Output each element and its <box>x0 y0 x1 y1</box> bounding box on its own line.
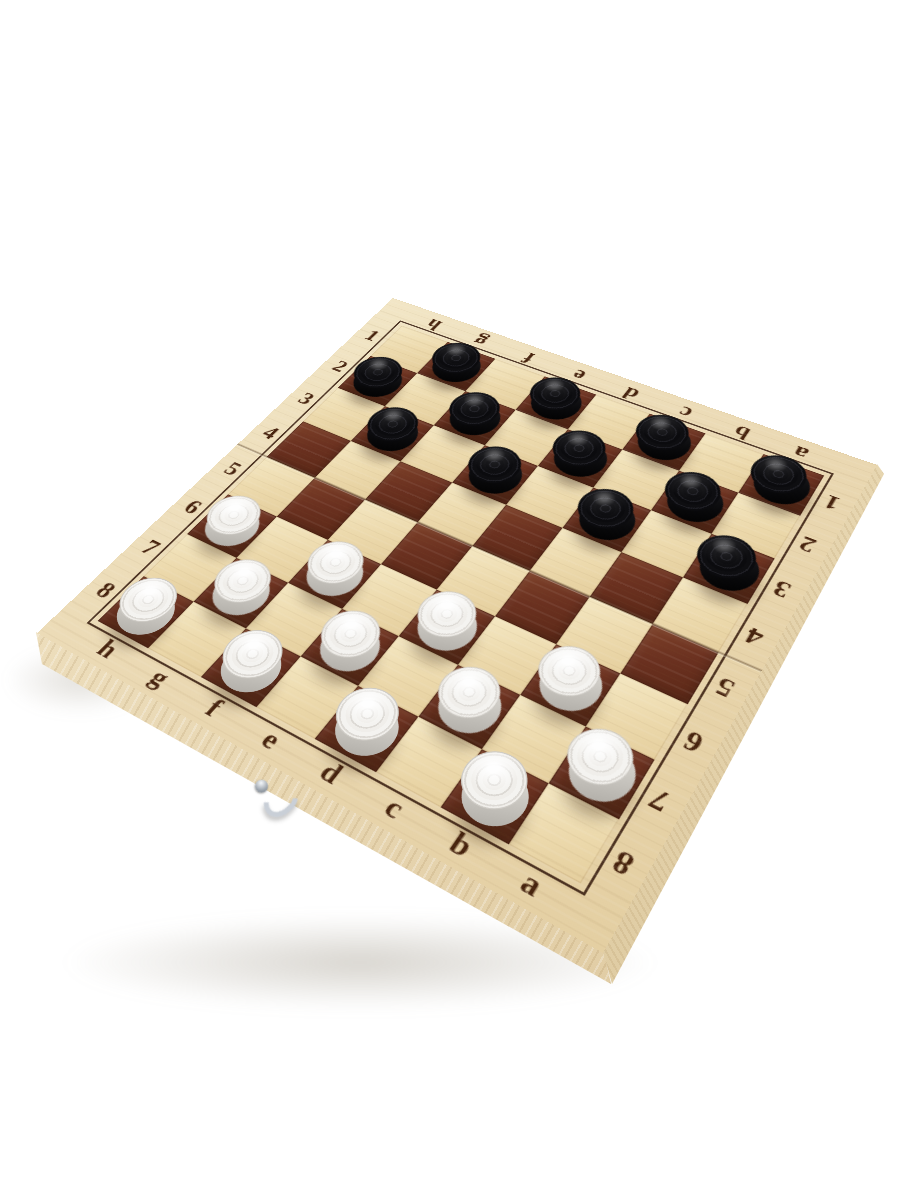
checkers-board: 1122334455667788hhggffeeddccbbaa⛂⛂⛂⛂⛂⛂⛂⛂… <box>37 298 877 953</box>
product-photo-scene: 1122334455667788hhggffeeddccbbaa⛂⛂⛂⛂⛂⛂⛂⛂… <box>0 0 900 1200</box>
